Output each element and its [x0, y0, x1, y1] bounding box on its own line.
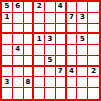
cell-r8c6[interactable]: [56, 77, 67, 88]
cell-r3c7[interactable]: [67, 24, 78, 35]
cell-r8c2[interactable]: [13, 77, 24, 88]
cell-r3c9[interactable]: [88, 24, 99, 35]
cell-r2c3[interactable]: [24, 13, 35, 24]
cell-r1c3[interactable]: [24, 2, 35, 13]
cell-r4c8[interactable]: 5: [77, 34, 88, 45]
cell-r9c6[interactable]: [56, 88, 67, 99]
cell-r6c7[interactable]: [67, 56, 78, 67]
cell-r1c7[interactable]: [67, 2, 78, 13]
cell-r5c2[interactable]: 4: [13, 45, 24, 56]
cell-r5c7[interactable]: [67, 45, 78, 56]
cell-r2c5[interactable]: [45, 13, 56, 24]
cell-r9c3[interactable]: [24, 88, 35, 99]
cell-r4c4[interactable]: 1: [34, 34, 45, 45]
cell-r1c4[interactable]: 2: [34, 2, 45, 13]
cell-r1c5[interactable]: [45, 2, 56, 13]
cell-r4c6[interactable]: [56, 34, 67, 45]
cell-r9c8[interactable]: [77, 88, 88, 99]
cell-r7c7[interactable]: 4: [67, 67, 78, 78]
cell-r2c1[interactable]: 1: [2, 13, 13, 24]
cell-r6c1[interactable]: [2, 56, 13, 67]
cell-r9c9[interactable]: [88, 88, 99, 99]
cell-r2c8[interactable]: 3: [77, 13, 88, 24]
cell-r5c3[interactable]: [24, 45, 35, 56]
cell-r7c5[interactable]: [45, 67, 56, 78]
cell-r7c1[interactable]: [2, 67, 13, 78]
cell-r2c9[interactable]: [88, 13, 99, 24]
cell-r4c2[interactable]: [13, 34, 24, 45]
cell-r5c4[interactable]: [34, 45, 45, 56]
cell-r4c3[interactable]: [24, 34, 35, 45]
cell-r1c2[interactable]: 6: [13, 2, 24, 13]
cell-r7c9[interactable]: 2: [88, 67, 99, 78]
cell-r3c2[interactable]: [13, 24, 24, 35]
cell-r6c3[interactable]: [24, 56, 35, 67]
cell-r6c2[interactable]: [13, 56, 24, 67]
cell-r4c7[interactable]: [67, 34, 78, 45]
cell-r6c8[interactable]: [77, 56, 88, 67]
cell-r9c2[interactable]: [13, 88, 24, 99]
cell-r4c9[interactable]: [88, 34, 99, 45]
cell-r5c6[interactable]: [56, 45, 67, 56]
cell-r4c1[interactable]: [2, 34, 13, 45]
cell-r1c1[interactable]: 5: [2, 2, 13, 13]
cell-r8c7[interactable]: [67, 77, 78, 88]
cell-r7c2[interactable]: [13, 67, 24, 78]
cell-r8c8[interactable]: [77, 77, 88, 88]
cell-r3c6[interactable]: [56, 24, 67, 35]
cell-r9c1[interactable]: [2, 88, 13, 99]
cell-r6c6[interactable]: [56, 56, 67, 67]
cell-r1c6[interactable]: 4: [56, 2, 67, 13]
cell-r1c9[interactable]: [88, 2, 99, 13]
cell-r9c7[interactable]: [67, 88, 78, 99]
cell-r6c9[interactable]: [88, 56, 99, 67]
cell-r3c8[interactable]: [77, 24, 88, 35]
cell-r7c6[interactable]: 7: [56, 67, 67, 78]
cell-r1c8[interactable]: [77, 2, 88, 13]
cell-r9c5[interactable]: [45, 88, 56, 99]
cell-r6c4[interactable]: [34, 56, 45, 67]
cell-r5c9[interactable]: [88, 45, 99, 56]
cell-r8c9[interactable]: [88, 77, 99, 88]
cell-r5c1[interactable]: [2, 45, 13, 56]
cell-r9c4[interactable]: [34, 88, 45, 99]
cell-r3c3[interactable]: [24, 24, 35, 35]
cell-r6c5[interactable]: 5: [45, 56, 56, 67]
cell-r2c7[interactable]: 7: [67, 13, 78, 24]
cell-r2c4[interactable]: [34, 13, 45, 24]
cell-r8c5[interactable]: [45, 77, 56, 88]
cell-r3c1[interactable]: [2, 24, 13, 35]
cell-r7c3[interactable]: [24, 67, 35, 78]
cell-r7c8[interactable]: [77, 67, 88, 78]
cell-r3c5[interactable]: [45, 24, 56, 35]
cell-r5c5[interactable]: [45, 45, 56, 56]
cell-r8c4[interactable]: [34, 77, 45, 88]
cell-r7c4[interactable]: [34, 67, 45, 78]
cell-r2c6[interactable]: [56, 13, 67, 24]
cell-r8c3[interactable]: 8: [24, 77, 35, 88]
cell-r8c1[interactable]: 3: [2, 77, 13, 88]
cell-r4c5[interactable]: 3: [45, 34, 56, 45]
cell-r3c4[interactable]: [34, 24, 45, 35]
cell-r5c8[interactable]: [77, 45, 88, 56]
cell-r2c2[interactable]: [13, 13, 24, 24]
sudoku-board: 56241731354574238: [0, 0, 101, 101]
